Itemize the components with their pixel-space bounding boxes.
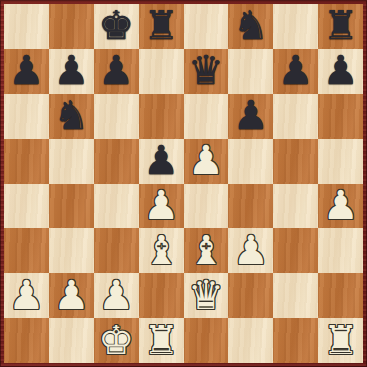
white-bishop[interactable]: ♝: [143, 230, 179, 270]
white-rook[interactable]: ♜: [323, 320, 359, 360]
square-g7[interactable]: ♟: [273, 49, 318, 94]
square-d1[interactable]: ♜: [139, 318, 184, 363]
square-h5[interactable]: [318, 139, 363, 184]
white-pawn[interactable]: ♟: [9, 275, 45, 315]
chess-board-frame: ♚♜♞♜♟♟♟♛♟♟♞♟♟♟♟♟♝♝♟♟♟♟♛♚♜♜: [0, 0, 367, 367]
square-e5[interactable]: ♟: [184, 139, 229, 184]
square-e7[interactable]: ♛: [184, 49, 229, 94]
white-rook[interactable]: ♜: [143, 320, 179, 360]
square-g8[interactable]: [273, 4, 318, 49]
white-bishop[interactable]: ♝: [188, 230, 224, 270]
square-g4[interactable]: [273, 184, 318, 229]
square-a4[interactable]: [4, 184, 49, 229]
black-queen[interactable]: ♛: [188, 50, 224, 90]
square-g1[interactable]: [273, 318, 318, 363]
square-h4[interactable]: ♟: [318, 184, 363, 229]
square-c8[interactable]: ♚: [94, 4, 139, 49]
square-e2[interactable]: ♛: [184, 273, 229, 318]
square-b7[interactable]: ♟: [49, 49, 94, 94]
square-a1[interactable]: [4, 318, 49, 363]
square-e8[interactable]: [184, 4, 229, 49]
square-c3[interactable]: [94, 228, 139, 273]
black-pawn[interactable]: ♟: [143, 140, 179, 180]
black-pawn[interactable]: ♟: [233, 95, 269, 135]
white-pawn[interactable]: ♟: [188, 140, 224, 180]
white-pawn[interactable]: ♟: [98, 275, 134, 315]
square-c5[interactable]: [94, 139, 139, 184]
square-f3[interactable]: ♟: [228, 228, 273, 273]
square-b5[interactable]: [49, 139, 94, 184]
black-rook[interactable]: ♜: [143, 5, 179, 45]
square-h7[interactable]: ♟: [318, 49, 363, 94]
square-d4[interactable]: ♟: [139, 184, 184, 229]
square-c1[interactable]: ♚: [94, 318, 139, 363]
square-a6[interactable]: [4, 94, 49, 139]
square-b3[interactable]: [49, 228, 94, 273]
square-b2[interactable]: ♟: [49, 273, 94, 318]
square-e1[interactable]: [184, 318, 229, 363]
square-f1[interactable]: [228, 318, 273, 363]
black-pawn[interactable]: ♟: [53, 50, 89, 90]
square-a3[interactable]: [4, 228, 49, 273]
square-d2[interactable]: [139, 273, 184, 318]
square-g2[interactable]: [273, 273, 318, 318]
black-knight[interactable]: ♞: [53, 95, 89, 135]
white-pawn[interactable]: ♟: [143, 185, 179, 225]
square-c6[interactable]: [94, 94, 139, 139]
chess-board: ♚♜♞♜♟♟♟♛♟♟♞♟♟♟♟♟♝♝♟♟♟♟♛♚♜♜: [4, 4, 363, 363]
black-knight[interactable]: ♞: [233, 5, 269, 45]
white-pawn[interactable]: ♟: [233, 230, 269, 270]
square-b4[interactable]: [49, 184, 94, 229]
square-d6[interactable]: [139, 94, 184, 139]
square-e3[interactable]: ♝: [184, 228, 229, 273]
square-d3[interactable]: ♝: [139, 228, 184, 273]
square-g3[interactable]: [273, 228, 318, 273]
square-d7[interactable]: [139, 49, 184, 94]
black-pawn[interactable]: ♟: [98, 50, 134, 90]
white-king[interactable]: ♚: [98, 320, 134, 360]
square-c2[interactable]: ♟: [94, 273, 139, 318]
black-pawn[interactable]: ♟: [278, 50, 314, 90]
square-e4[interactable]: [184, 184, 229, 229]
black-pawn[interactable]: ♟: [9, 50, 45, 90]
square-g6[interactable]: [273, 94, 318, 139]
white-pawn[interactable]: ♟: [53, 275, 89, 315]
square-g5[interactable]: [273, 139, 318, 184]
square-a7[interactable]: ♟: [4, 49, 49, 94]
square-d5[interactable]: ♟: [139, 139, 184, 184]
square-f7[interactable]: [228, 49, 273, 94]
black-king[interactable]: ♚: [98, 5, 134, 45]
square-e6[interactable]: [184, 94, 229, 139]
square-h6[interactable]: [318, 94, 363, 139]
black-rook[interactable]: ♜: [323, 5, 359, 45]
white-queen[interactable]: ♛: [188, 275, 224, 315]
square-a5[interactable]: [4, 139, 49, 184]
square-b6[interactable]: ♞: [49, 94, 94, 139]
square-h3[interactable]: [318, 228, 363, 273]
square-c4[interactable]: [94, 184, 139, 229]
black-pawn[interactable]: ♟: [323, 50, 359, 90]
square-f5[interactable]: [228, 139, 273, 184]
square-h8[interactable]: ♜: [318, 4, 363, 49]
square-a8[interactable]: [4, 4, 49, 49]
square-c7[interactable]: ♟: [94, 49, 139, 94]
square-f4[interactable]: [228, 184, 273, 229]
white-pawn[interactable]: ♟: [323, 185, 359, 225]
square-f2[interactable]: [228, 273, 273, 318]
square-f6[interactable]: ♟: [228, 94, 273, 139]
square-d8[interactable]: ♜: [139, 4, 184, 49]
square-h2[interactable]: [318, 273, 363, 318]
square-h1[interactable]: ♜: [318, 318, 363, 363]
square-f8[interactable]: ♞: [228, 4, 273, 49]
square-b8[interactable]: [49, 4, 94, 49]
square-a2[interactable]: ♟: [4, 273, 49, 318]
square-b1[interactable]: [49, 318, 94, 363]
